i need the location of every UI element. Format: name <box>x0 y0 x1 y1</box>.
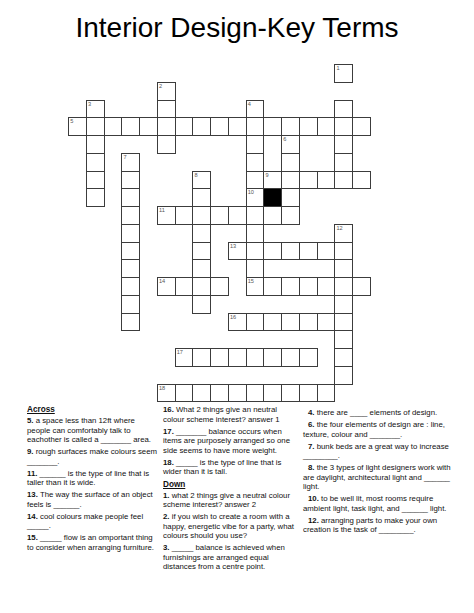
grid-cell-r12c15[interactable] <box>334 277 353 296</box>
grid-cell-r3c3[interactable] <box>121 117 140 136</box>
grid-cell-r17c15[interactable] <box>334 366 353 385</box>
grid-cell-r12c8[interactable] <box>210 277 229 296</box>
grid-cell-r6c1[interactable] <box>86 171 105 190</box>
grid-cell-r7c10[interactable]: 10 <box>246 188 265 207</box>
grid-cell-r12c6[interactable] <box>175 277 194 296</box>
grid-cell-r5c12[interactable] <box>281 153 300 172</box>
grid-cell-r10c3[interactable] <box>121 242 140 261</box>
grid-cell-r6c7[interactable]: 8 <box>192 171 211 190</box>
clue-section: 16. What 2 things give an neutral colour… <box>163 405 300 477</box>
clue-column-down: 4. there are ____ elements of design.6. … <box>303 405 461 538</box>
clue-7: 7. bunk beds are a great way to increase… <box>303 442 461 461</box>
clue-12: 12. arranging parts to make your own cre… <box>303 516 461 535</box>
clue-number-4: 4 <box>248 101 251 107</box>
grid-cell-r5c15[interactable] <box>334 153 353 172</box>
clue-text: there are ____ elements of design. <box>317 408 438 417</box>
clue-num-label: 5. <box>27 416 36 425</box>
clue-column-middle: 16. What 2 things give an neutral colour… <box>163 405 300 575</box>
clue-text: to be well lit, most rooms require ambie… <box>303 494 446 513</box>
grid-cell-r12c14[interactable] <box>317 277 336 296</box>
grid-cell-r10c12[interactable] <box>281 242 300 261</box>
grid-cell-r3c1[interactable] <box>86 117 105 136</box>
grid-cell-r3c6[interactable] <box>175 117 194 136</box>
clue-1: 1. what 2 things give a neutral colour s… <box>163 491 300 510</box>
clue-number-12: 12 <box>336 225 342 231</box>
clue-text: the 3 types of light designers work with… <box>303 463 451 491</box>
grid-cell-r6c3[interactable] <box>121 171 140 190</box>
clue-text: cool colours make people feel _____. <box>27 512 143 531</box>
grid-cell-r12c16[interactable] <box>352 277 371 296</box>
grid-cell-r3c15[interactable] <box>334 117 353 136</box>
clue-8: 8. the 3 types of light designers work w… <box>303 463 461 492</box>
clue-number-7: 7 <box>123 154 126 160</box>
grid-cell-r8c11[interactable] <box>263 206 282 225</box>
clue-num-label: 13. <box>27 490 40 499</box>
grid-cell-r7c7[interactable] <box>192 188 211 207</box>
grid-cell-r2c10[interactable]: 4 <box>246 100 265 119</box>
grid-cell-r16c6[interactable]: 17 <box>175 348 194 367</box>
grid-cell-r3c2[interactable] <box>104 117 123 136</box>
clue-5: 5. a space less than 12ft where people c… <box>27 416 160 445</box>
grid-cell-r10c15[interactable] <box>334 242 353 261</box>
across-header: Across <box>27 405 160 414</box>
grid-cell-r3c0[interactable]: 5 <box>68 117 87 136</box>
grid-cell-r11c15[interactable] <box>334 259 353 278</box>
grid-cell-r16c11[interactable] <box>263 348 282 367</box>
clue-2: 2. if you wish to create a room with a h… <box>163 512 300 541</box>
clue-text: a space less than 12ft where people can … <box>27 416 151 444</box>
grid-cell-r6c15[interactable] <box>334 171 353 190</box>
grid-cell-r14c10[interactable] <box>246 313 265 332</box>
grid-cell-r1c5[interactable]: 2 <box>157 82 176 101</box>
clue-number-16: 16 <box>230 314 236 320</box>
grid-cell-r9c3[interactable] <box>121 224 140 243</box>
clue-num-label: 4. <box>308 408 317 417</box>
clue-num-label: 11. <box>27 469 40 478</box>
grid-cell-r12c7[interactable] <box>192 277 211 296</box>
grid-cell-r5c3[interactable]: 7 <box>121 153 140 172</box>
grid-cell-r16c8[interactable] <box>210 348 229 367</box>
grid-cell-r9c7[interactable] <box>192 224 211 243</box>
grid-cell-r10c9[interactable]: 13 <box>228 242 247 261</box>
clue-text: _____ is the type of line that is wider … <box>163 458 281 477</box>
clue-section: 4. there are ____ elements of design.6. … <box>303 408 461 535</box>
clue-number-8: 8 <box>194 172 197 178</box>
clue-text: What 2 things give an neutral colour sch… <box>163 405 280 424</box>
grid-cell-r16c10[interactable] <box>246 348 265 367</box>
grid-cell-r16c13[interactable] <box>299 348 318 367</box>
grid-cell-r18c12[interactable] <box>281 384 300 403</box>
grid-cell-r4c10[interactable] <box>246 135 265 154</box>
grid-cell-r6c13[interactable] <box>299 171 318 190</box>
grid-cell-r10c11[interactable] <box>263 242 282 261</box>
grid-cell-r3c14[interactable] <box>317 117 336 136</box>
clue-num-label: 3. <box>163 543 172 552</box>
grid-cell-r11c7[interactable] <box>192 259 211 278</box>
clue-num-label: 10. <box>308 494 321 503</box>
grid-cell-r7c12[interactable] <box>281 188 300 207</box>
clue-section-across: Across5. a space less than 12ft where pe… <box>27 405 160 552</box>
clue-num-label: 1. <box>163 491 172 500</box>
clue-num-label: 8. <box>308 463 317 472</box>
grid-cell-r12c10[interactable]: 15 <box>246 277 265 296</box>
grid-cell-r3c16[interactable] <box>352 117 371 136</box>
clue-number-6: 6 <box>283 136 286 142</box>
grid-cell-r13c7[interactable] <box>192 295 211 314</box>
grid-cell-r6c16[interactable] <box>352 171 371 190</box>
clue-num-label: 7. <box>308 442 317 451</box>
grid-cell-r12c5[interactable]: 14 <box>157 277 176 296</box>
grid-cell-r18c14[interactable] <box>317 384 336 403</box>
grid-cell-r8c12[interactable] <box>281 206 300 225</box>
clue-number-11: 11 <box>159 207 165 213</box>
grid-cell-r3c8[interactable] <box>210 117 229 136</box>
clue-number-15: 15 <box>248 278 254 284</box>
grid-cell-r16c7[interactable] <box>192 348 211 367</box>
grid-cell-r13c15[interactable] <box>334 295 353 314</box>
grid-cell-r6c12[interactable] <box>281 171 300 190</box>
grid-cell-r3c4[interactable] <box>139 117 158 136</box>
grid-cell-r3c11[interactable] <box>263 117 282 136</box>
grid-cell-r2c15[interactable] <box>334 100 353 119</box>
grid-cell-r8c6[interactable] <box>175 206 194 225</box>
grid-cell-r16c9[interactable] <box>228 348 247 367</box>
grid-cell-r14c14[interactable] <box>317 313 336 332</box>
grid-cell-r5c1[interactable] <box>86 153 105 172</box>
black-cell-r7c11 <box>263 188 282 207</box>
clue-number-2: 2 <box>159 83 162 89</box>
clue-18: 18. _____ is the type of line that is wi… <box>163 458 300 477</box>
grid-cell-r14c13[interactable] <box>299 313 318 332</box>
grid-cell-r11c3[interactable] <box>121 259 140 278</box>
grid-cell-r7c3[interactable] <box>121 188 140 207</box>
grid-cell-r8c10[interactable] <box>246 206 265 225</box>
grid-cell-r13c3[interactable] <box>121 295 140 314</box>
grid-cell-r18c5[interactable]: 18 <box>157 384 176 403</box>
clue-number-10: 10 <box>248 189 254 195</box>
grid-cell-r14c3[interactable] <box>121 313 140 332</box>
clue-16: 16. What 2 things give an neutral colour… <box>163 405 300 424</box>
clue-text: the four elements of design are : line, … <box>303 420 445 439</box>
grid-cell-r18c7[interactable] <box>192 384 211 403</box>
clue-num-label: 9. <box>27 447 36 456</box>
grid-cell-r8c8[interactable] <box>210 206 229 225</box>
clue-text: The way the surface of an object feels i… <box>27 490 153 509</box>
grid-cell-r8c9[interactable] <box>228 206 247 225</box>
grid-cell-r9c10[interactable] <box>246 224 265 243</box>
grid-cell-r11c10[interactable] <box>246 259 265 278</box>
clue-text: if you wish to create a room with a happ… <box>163 512 294 540</box>
grid-cell-r3c12[interactable] <box>281 117 300 136</box>
clue-11: 11. ______ is the type of line that is t… <box>27 469 160 488</box>
clue-number-13: 13 <box>230 243 236 249</box>
clue-number-17: 17 <box>177 349 183 355</box>
grid-cell-r18c8[interactable] <box>210 384 229 403</box>
clue-text: _____ flow is an omportant thing to cons… <box>27 533 154 552</box>
clue-num-label: 18. <box>163 458 176 467</box>
grid-cell-r10c14[interactable] <box>317 242 336 261</box>
clue-number-1: 1 <box>336 65 339 71</box>
clue-text: rough surfaces make colours seem _______… <box>27 447 157 466</box>
clue-section-down: Down1. what 2 things give a neutral colo… <box>163 480 300 572</box>
clue-num-label: 12. <box>308 516 321 525</box>
clue-num-label: 16. <box>163 405 176 414</box>
grid-cell-r18c6[interactable] <box>175 384 194 403</box>
clue-number-9: 9 <box>265 172 268 178</box>
grid-cell-r4c1[interactable] <box>86 135 105 154</box>
grid-cell-r4c5[interactable] <box>157 135 176 154</box>
clue-num-label: 2. <box>163 512 172 521</box>
clue-text: _____ balance is achieved when furnishin… <box>163 543 285 571</box>
grid-cell-r8c7[interactable] <box>192 206 211 225</box>
grid-cell-r5c10[interactable] <box>246 153 265 172</box>
clue-4: 4. there are ____ elements of design. <box>303 408 461 418</box>
down-header: Down <box>163 480 300 489</box>
grid-cell-r8c5[interactable]: 11 <box>157 206 176 225</box>
clue-text: bunk beds are a great way to increase __… <box>303 442 449 461</box>
grid-cell-r12c11[interactable] <box>263 277 282 296</box>
clue-number-3: 3 <box>88 101 91 107</box>
grid-cell-r6c10[interactable] <box>246 171 265 190</box>
clue-3: 3. _____ balance is achieved when furnis… <box>163 543 300 572</box>
clue-9: 9. rough surfaces make colours seem ____… <box>27 447 160 466</box>
grid-cell-r6c11[interactable]: 9 <box>263 171 282 190</box>
grid-cell-r7c1[interactable] <box>86 188 105 207</box>
clue-6: 6. the four elements of design are : lin… <box>303 420 461 439</box>
clue-num-label: 14. <box>27 512 40 521</box>
grid-cell-r16c12[interactable] <box>281 348 300 367</box>
grid-cell-r3c7[interactable] <box>192 117 211 136</box>
grid-cell-r14c15[interactable] <box>334 313 353 332</box>
clue-num-label: 17. <box>163 427 176 436</box>
grid-cell-r10c7[interactable] <box>192 242 211 261</box>
grid-cell-r3c5[interactable] <box>157 117 176 136</box>
clue-num-label: 6. <box>308 420 317 429</box>
grid-cell-r2c5[interactable] <box>157 100 176 119</box>
grid-cell-r2c1[interactable]: 3 <box>86 100 105 119</box>
grid-cell-r14c11[interactable] <box>263 313 282 332</box>
clue-text: arranging parts to make your own creatio… <box>303 516 437 535</box>
grid-cell-r15c15[interactable] <box>334 330 353 349</box>
grid-cell-r12c13[interactable] <box>299 277 318 296</box>
clue-column-across: Across5. a space less than 12ft where pe… <box>27 405 160 555</box>
grid-cell-r3c10[interactable] <box>246 117 265 136</box>
clue-text: ______ is the type of line that is talle… <box>27 469 149 488</box>
clue-text: _______ balance occurs when items are pu… <box>163 427 290 455</box>
clue-number-18: 18 <box>159 385 165 391</box>
clue-text: what 2 things give a neutral colour sche… <box>163 491 290 510</box>
clue-15: 15. _____ flow is an omportant thing to … <box>27 533 160 552</box>
grid-cell-r18c13[interactable] <box>299 384 318 403</box>
grid-cell-r8c3[interactable] <box>121 206 140 225</box>
clue-num-label: 15. <box>27 533 40 542</box>
grid-cell-r10c13[interactable] <box>299 242 318 261</box>
grid-cell-r10c10[interactable] <box>246 242 265 261</box>
grid-cell-r12c3[interactable] <box>121 277 140 296</box>
grid-cell-r0c15[interactable]: 1 <box>334 64 353 83</box>
grid-cell-r18c10[interactable] <box>246 384 265 403</box>
clue-number-5: 5 <box>70 118 73 124</box>
clue-13: 13. The way the surface of an object fee… <box>27 490 160 509</box>
grid-cell-r12c12[interactable] <box>281 277 300 296</box>
grid-cell-r18c9[interactable] <box>228 384 247 403</box>
grid-cell-r4c15[interactable] <box>334 135 353 154</box>
grid-cell-r14c12[interactable] <box>281 313 300 332</box>
grid-cell-r18c11[interactable] <box>263 384 282 403</box>
grid-cell-r16c15[interactable] <box>334 348 353 367</box>
grid-cell-r3c13[interactable] <box>299 117 318 136</box>
clue-17: 17. _______ balance occurs when items ar… <box>163 427 300 456</box>
grid-cell-r4c12[interactable]: 6 <box>281 135 300 154</box>
clue-number-14: 14 <box>159 278 165 284</box>
grid-cell-r14c9[interactable]: 16 <box>228 313 247 332</box>
clue-14: 14. cool colours make people feel _____. <box>27 512 160 531</box>
clue-10: 10. to be well lit, most rooms require a… <box>303 494 461 513</box>
grid-cell-r3c9[interactable] <box>228 117 247 136</box>
grid-cell-r9c15[interactable]: 12 <box>334 224 353 243</box>
grid-cell-r6c14[interactable] <box>317 171 336 190</box>
